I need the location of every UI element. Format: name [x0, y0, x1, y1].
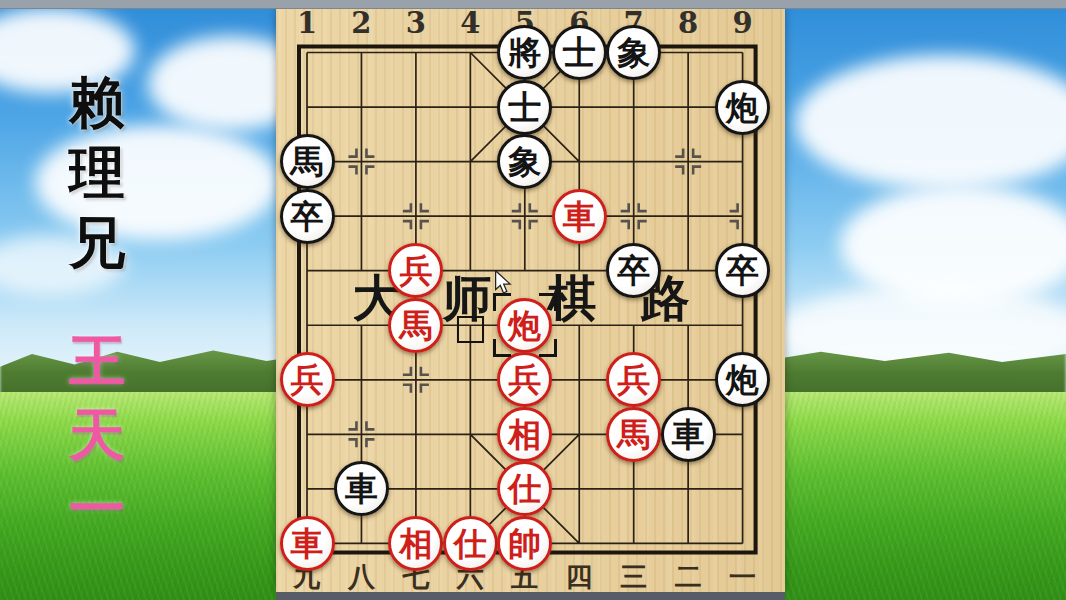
piece-black[interactable]: 馬: [280, 134, 335, 189]
piece-red[interactable]: 帥: [497, 516, 552, 571]
file-label-bottom: 八: [348, 559, 375, 595]
black-player-name-char: 赖: [69, 68, 125, 138]
file-label-top: 8: [678, 6, 698, 40]
piece-black[interactable]: 將: [497, 25, 552, 80]
piece-red[interactable]: 相: [388, 516, 443, 571]
file-label-bottom: 一: [729, 559, 756, 595]
file-label-bottom: 二: [675, 559, 702, 595]
file-label-top: 1: [297, 6, 317, 40]
file-label-top: 4: [460, 6, 480, 40]
window-bottom-strip: [276, 592, 785, 600]
piece-black[interactable]: 炮: [715, 80, 770, 135]
last-move-from-marker: [457, 316, 484, 343]
red-player-name-char: 天: [69, 398, 125, 472]
piece-black[interactable]: 車: [661, 407, 716, 462]
piece-red[interactable]: 馬: [388, 298, 443, 353]
piece-red[interactable]: 仕: [443, 516, 498, 571]
piece-red[interactable]: 兵: [280, 352, 335, 407]
black-player-name-char: 理: [69, 138, 125, 208]
piece-black[interactable]: 車: [334, 461, 389, 516]
piece-black[interactable]: 象: [606, 25, 661, 80]
file-label-bottom: 三: [620, 559, 647, 595]
piece-red[interactable]: 炮: [497, 298, 552, 353]
file-label-top: 2: [351, 6, 371, 40]
mouse-cursor: [495, 270, 512, 294]
piece-red[interactable]: 相: [497, 407, 552, 462]
piece-black[interactable]: 卒: [606, 243, 661, 298]
file-label-bottom: 四: [566, 559, 593, 595]
piece-red[interactable]: 車: [280, 516, 335, 571]
piece-red[interactable]: 車: [552, 189, 607, 244]
file-label-top: 3: [406, 6, 426, 40]
piece-red[interactable]: 馬: [606, 407, 661, 462]
red-player-name: 王天一: [60, 324, 134, 546]
piece-black[interactable]: 士: [497, 80, 552, 135]
piece-black[interactable]: 卒: [280, 189, 335, 244]
board-panel[interactable]: 123456789九八七六五四三二一大师棋路將士象士炮馬象卒車兵卒卒馬炮兵兵兵炮…: [276, 8, 785, 592]
black-player-name: 赖理兄: [60, 68, 134, 278]
file-label-top: 9: [733, 6, 753, 40]
river-watermark-char: 棋: [548, 266, 597, 332]
red-player-name-char: 一: [69, 472, 125, 546]
black-player-name-char: 兄: [69, 208, 125, 278]
window-top-bar: [0, 0, 1066, 9]
piece-black[interactable]: 卒: [715, 243, 770, 298]
screen: 赖理兄 王天一 123456789九八七六五四三二一大师棋路將士象士炮馬象卒車兵…: [0, 0, 1066, 600]
piece-black[interactable]: 士: [552, 25, 607, 80]
red-player-name-char: 王: [69, 324, 125, 398]
